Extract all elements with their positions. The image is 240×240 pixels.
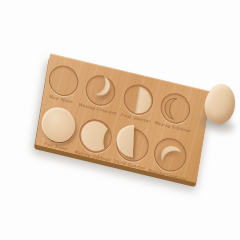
puzzle-board: New Moon Waxing Crescent First Quarter	[35, 53, 212, 183]
piece-full-moon[interactable]	[39, 104, 78, 145]
piece-first-quarter[interactable]	[135, 87, 153, 117]
slot-full-moon[interactable]: Full Moon	[40, 106, 77, 146]
slot-waning-gibbous[interactable]: Waning Gibbous	[77, 116, 114, 156]
product-photo-moon-phase-puzzle: New Moon Waxing Crescent First Quarter	[0, 0, 240, 240]
slot-waxing-crescent[interactable]: Waxing Crescent	[83, 72, 117, 109]
slot-new-moon[interactable]: New Moon	[47, 63, 81, 100]
slot-waxing-gibbous[interactable]: Waxing Gibbous	[158, 90, 192, 127]
slot-waning-crescent[interactable]: Waning Crescent	[152, 135, 189, 175]
slot-third-quarter[interactable]: Third Quarter	[114, 125, 151, 165]
slot-first-quarter[interactable]: First Quarter	[121, 81, 155, 118]
